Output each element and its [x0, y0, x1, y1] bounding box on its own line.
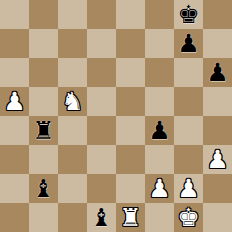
square-a4[interactable]: [0, 116, 29, 145]
white-knight[interactable]: ♞: [61, 87, 83, 116]
square-a1[interactable]: [0, 203, 29, 232]
square-g6[interactable]: [174, 58, 203, 87]
square-d5[interactable]: [87, 87, 116, 116]
square-g8[interactable]: ♚: [174, 0, 203, 29]
square-d2[interactable]: [87, 174, 116, 203]
square-f3[interactable]: [145, 145, 174, 174]
square-b4[interactable]: ♜: [29, 116, 58, 145]
square-a2[interactable]: [0, 174, 29, 203]
square-e3[interactable]: [116, 145, 145, 174]
square-g1[interactable]: ♚: [174, 203, 203, 232]
square-b8[interactable]: [29, 0, 58, 29]
square-e7[interactable]: [116, 29, 145, 58]
black-king[interactable]: ♚: [177, 0, 199, 29]
chess-board: ♚♟♟♟♞♜♟♟♝♟♟♝♜♚: [0, 0, 232, 232]
square-b2[interactable]: ♝: [29, 174, 58, 203]
square-g5[interactable]: [174, 87, 203, 116]
square-f5[interactable]: [145, 87, 174, 116]
square-e1[interactable]: ♜: [116, 203, 145, 232]
square-b1[interactable]: [29, 203, 58, 232]
square-d1[interactable]: ♝: [87, 203, 116, 232]
square-e8[interactable]: [116, 0, 145, 29]
square-e5[interactable]: [116, 87, 145, 116]
square-d3[interactable]: [87, 145, 116, 174]
square-e6[interactable]: [116, 58, 145, 87]
square-b6[interactable]: [29, 58, 58, 87]
square-g4[interactable]: [174, 116, 203, 145]
square-a6[interactable]: [0, 58, 29, 87]
square-h5[interactable]: [203, 87, 232, 116]
white-pawn[interactable]: ♟: [206, 145, 228, 174]
square-e4[interactable]: [116, 116, 145, 145]
square-b5[interactable]: [29, 87, 58, 116]
square-d4[interactable]: [87, 116, 116, 145]
square-f8[interactable]: [145, 0, 174, 29]
square-a3[interactable]: [0, 145, 29, 174]
square-f2[interactable]: ♟: [145, 174, 174, 203]
square-h4[interactable]: [203, 116, 232, 145]
white-rook[interactable]: ♜: [119, 203, 141, 232]
square-a7[interactable]: [0, 29, 29, 58]
white-king[interactable]: ♚: [177, 203, 199, 232]
square-f6[interactable]: [145, 58, 174, 87]
square-h1[interactable]: [203, 203, 232, 232]
square-h3[interactable]: ♟: [203, 145, 232, 174]
square-c4[interactable]: [58, 116, 87, 145]
square-e2[interactable]: [116, 174, 145, 203]
square-c7[interactable]: [58, 29, 87, 58]
square-d7[interactable]: [87, 29, 116, 58]
square-h6[interactable]: ♟: [203, 58, 232, 87]
square-c6[interactable]: [58, 58, 87, 87]
square-b3[interactable]: [29, 145, 58, 174]
white-pawn[interactable]: ♟: [177, 174, 199, 203]
black-pawn[interactable]: ♟: [177, 29, 199, 58]
square-d6[interactable]: [87, 58, 116, 87]
square-h8[interactable]: [203, 0, 232, 29]
square-f4[interactable]: ♟: [145, 116, 174, 145]
square-h2[interactable]: [203, 174, 232, 203]
square-b7[interactable]: [29, 29, 58, 58]
square-c3[interactable]: [58, 145, 87, 174]
black-pawn[interactable]: ♟: [206, 58, 228, 87]
square-g7[interactable]: ♟: [174, 29, 203, 58]
black-pawn[interactable]: ♟: [148, 116, 170, 145]
white-pawn[interactable]: ♟: [148, 174, 170, 203]
black-bishop[interactable]: ♝: [32, 174, 54, 203]
square-g3[interactable]: [174, 145, 203, 174]
square-a8[interactable]: [0, 0, 29, 29]
square-c8[interactable]: [58, 0, 87, 29]
square-g2[interactable]: ♟: [174, 174, 203, 203]
square-c2[interactable]: [58, 174, 87, 203]
black-bishop[interactable]: ♝: [90, 203, 112, 232]
square-c5[interactable]: ♞: [58, 87, 87, 116]
square-a5[interactable]: ♟: [0, 87, 29, 116]
square-f1[interactable]: [145, 203, 174, 232]
square-d8[interactable]: [87, 0, 116, 29]
square-f7[interactable]: [145, 29, 174, 58]
square-h7[interactable]: [203, 29, 232, 58]
white-pawn[interactable]: ♟: [3, 87, 25, 116]
black-rook[interactable]: ♜: [32, 116, 54, 145]
square-c1[interactable]: [58, 203, 87, 232]
